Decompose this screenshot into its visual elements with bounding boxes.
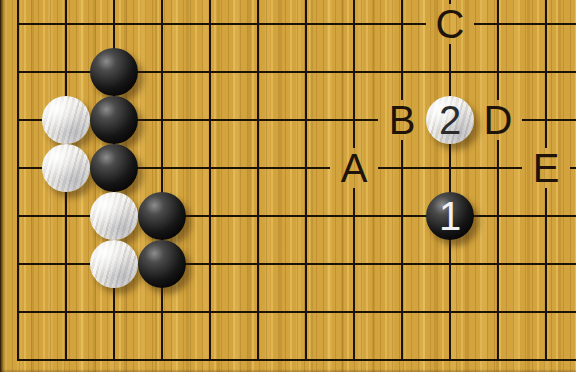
- stone-white-C3: [90, 240, 138, 288]
- point-label-text: D: [484, 98, 513, 143]
- stone-black-C5: [90, 144, 138, 192]
- grid-line-horizontal-1: [17, 23, 576, 25]
- stone-black-K4: 1: [426, 192, 474, 240]
- point-label-E: E: [522, 148, 570, 188]
- grid-line-horizontal-7: [17, 311, 576, 313]
- stone-move-number: 2: [439, 98, 461, 143]
- grid-line-vertical-4: [161, 0, 163, 361]
- stone-black-D4: [138, 192, 186, 240]
- grid-line-vertical-1: [17, 0, 19, 361]
- go-board[interactable]: CBDAE21: [0, 0, 576, 372]
- stone-white-B5: [42, 144, 90, 192]
- point-label-text: E: [533, 146, 560, 191]
- point-label-C: C: [426, 4, 474, 44]
- point-label-text: C: [436, 2, 465, 47]
- point-label-B: B: [378, 100, 426, 140]
- point-label-text: A: [341, 146, 368, 191]
- grid-line-vertical-5: [209, 0, 211, 361]
- point-label-text: B: [389, 98, 416, 143]
- grid-line-vertical-6: [257, 0, 259, 361]
- grid-line-vertical-10: [449, 0, 451, 361]
- stone-move-number: 1: [439, 194, 461, 239]
- grid-line-vertical-7: [305, 0, 307, 361]
- go-board-diagram: CBDAE21: [0, 0, 576, 372]
- stone-white-B6: [42, 96, 90, 144]
- stone-white-K6: 2: [426, 96, 474, 144]
- stone-black-C6: [90, 96, 138, 144]
- grid-line-horizontal-8: [17, 359, 576, 361]
- point-label-D: D: [474, 100, 522, 140]
- stone-black-D3: [138, 240, 186, 288]
- grid-line-vertical-9: [401, 0, 403, 361]
- point-label-A: A: [330, 148, 378, 188]
- grid-line-vertical-11: [497, 0, 499, 361]
- stone-white-C4: [90, 192, 138, 240]
- stone-black-C7: [90, 48, 138, 96]
